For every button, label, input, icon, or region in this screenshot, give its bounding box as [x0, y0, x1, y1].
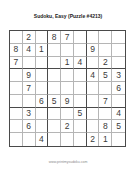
- cell-r7c6: 5: [74, 108, 87, 121]
- cell-r7c5: [61, 108, 74, 121]
- cell-r4c1: [10, 69, 23, 82]
- cell-r6c6: [74, 95, 87, 108]
- cell-r8c6: [74, 120, 87, 133]
- cell-r6c3: 6: [36, 95, 49, 108]
- cell-r4c7: 4: [87, 69, 100, 82]
- cell-r1c1: [10, 31, 23, 44]
- cell-r5c7: [87, 82, 100, 95]
- cell-r2c9: [112, 44, 125, 57]
- cell-r6c8: 7: [99, 95, 112, 108]
- cell-r5c6: [74, 82, 87, 95]
- cell-r7c1: [10, 108, 23, 121]
- cell-r9c6: [74, 133, 87, 146]
- cell-r2c5: [61, 44, 74, 57]
- cell-r4c8: 5: [99, 69, 112, 82]
- cell-r2c4: [48, 44, 61, 57]
- cell-r5c3: [36, 82, 49, 95]
- cell-r8c4: [48, 120, 61, 133]
- cell-r8c9: 5: [112, 120, 125, 133]
- cell-r1c7: [87, 31, 100, 44]
- cell-r8c1: [10, 120, 23, 133]
- cell-r2c6: [74, 44, 87, 57]
- cell-r7c8: [99, 108, 112, 121]
- cell-r4c3: [36, 69, 49, 82]
- cell-r6c9: [112, 95, 125, 108]
- cell-r9c2: [23, 133, 36, 146]
- cell-r8c7: [87, 120, 100, 133]
- cell-r7c7: [87, 108, 100, 121]
- cell-r2c1: 8: [10, 44, 23, 57]
- cell-r5c4: [48, 82, 61, 95]
- cell-r2c3: 1: [36, 44, 49, 57]
- cell-r3c1: 7: [10, 57, 23, 70]
- cell-r1c9: [112, 31, 125, 44]
- cell-r9c5: [61, 133, 74, 146]
- cell-r4c2: 9: [23, 69, 36, 82]
- cell-r3c9: [112, 57, 125, 70]
- cell-r6c1: [10, 95, 23, 108]
- puzzle-title: Sudoku, Easy (Puzzle #4213): [0, 13, 136, 19]
- cell-r5c5: [61, 82, 74, 95]
- cell-r5c2: 7: [23, 82, 36, 95]
- cell-r1c8: [99, 31, 112, 44]
- cell-r6c2: [23, 95, 36, 108]
- cell-r9c3: 4: [36, 133, 49, 146]
- cell-r9c1: [10, 133, 23, 146]
- cell-r4c4: [48, 69, 61, 82]
- cell-r8c3: [36, 120, 49, 133]
- cell-r6c4: 5: [48, 95, 61, 108]
- cell-r2c2: 4: [23, 44, 36, 57]
- cell-r1c5: 7: [61, 31, 74, 44]
- cell-r3c4: [48, 57, 61, 70]
- footer-url: www.printmysudoku.com: [0, 160, 136, 164]
- cell-r9c9: [112, 133, 125, 146]
- cell-r7c2: 3: [23, 108, 36, 121]
- cell-r3c8: 2: [99, 57, 112, 70]
- cell-r4c6: [74, 69, 87, 82]
- cell-r7c4: [48, 108, 61, 121]
- cell-r1c3: [36, 31, 49, 44]
- cell-r7c3: [36, 108, 49, 121]
- cell-r2c7: 9: [87, 44, 100, 57]
- cell-r6c7: [87, 95, 100, 108]
- cell-r3c3: [36, 57, 49, 70]
- cell-r9c7: 2: [87, 133, 100, 146]
- cell-r5c9: 6: [112, 82, 125, 95]
- cell-r1c6: [74, 31, 87, 44]
- cell-r3c6: 4: [74, 57, 87, 70]
- cell-r8c8: 8: [99, 120, 112, 133]
- cell-r5c8: [99, 82, 112, 95]
- cell-r5c1: [10, 82, 23, 95]
- cell-r4c5: [61, 69, 74, 82]
- cell-r9c8: 1: [99, 133, 112, 146]
- cell-r9c4: [48, 133, 61, 146]
- cell-r2c8: [99, 44, 112, 57]
- cell-r1c4: 8: [48, 31, 61, 44]
- cell-r3c7: [87, 57, 100, 70]
- cell-r8c2: 6: [23, 120, 36, 133]
- sudoku-sheet: Sudoku, Easy (Puzzle #4213) 287841971429…: [0, 0, 136, 176]
- sudoku-grid: 2878419714294537665973546285421: [9, 30, 126, 147]
- cell-r8c5: 2: [61, 120, 74, 133]
- cell-r1c2: 2: [23, 31, 36, 44]
- cell-r7c9: 4: [112, 108, 125, 121]
- cell-r4c9: 3: [112, 69, 125, 82]
- cell-r3c2: [23, 57, 36, 70]
- cell-r3c5: 1: [61, 57, 74, 70]
- cell-r6c5: 9: [61, 95, 74, 108]
